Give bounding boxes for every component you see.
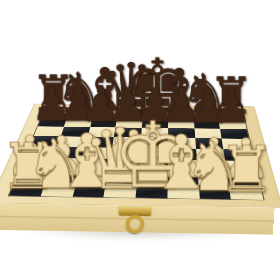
piece-white-rook-h1[interactable]: ♜ <box>218 142 275 196</box>
wooden-board-frame: ♜♞♝♛♚♝♞♜♟♟♟♟♟♟♟♟♟♟♟♟♟♟♟♟♜♞♝♛♚♝♞♜ <box>0 104 280 208</box>
box-front-edge <box>0 203 280 235</box>
brass-clasp-ring-icon <box>124 214 145 235</box>
board-grid: ♜♞♝♛♚♝♞♜♟♟♟♟♟♟♟♟♟♟♟♟♟♟♟♟♜♞♝♛♚♝♞♜ <box>8 108 265 200</box>
board-tilt-wrapper: ♜♞♝♛♚♝♞♜♟♟♟♟♟♟♟♟♟♟♟♟♟♟♟♟♜♞♝♛♚♝♞♜ <box>0 104 280 208</box>
piece-black-pawn-h7[interactable]: ♟ <box>210 87 252 127</box>
product-photo-scene: ♜♞♝♛♚♝♞♜♟♟♟♟♟♟♟♟♟♟♟♟♟♟♟♟♜♞♝♛♚♝♞♜ <box>0 0 280 280</box>
square-h1[interactable]: ♜ <box>229 185 263 199</box>
